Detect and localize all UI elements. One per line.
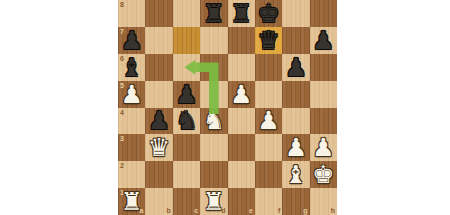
chess-board: 8♜♜♚7♟♛♟6♝♟5♟♟♟4♟♞♞♟3♛♟♟2♝♚1a♜bcd♜efgh [118, 0, 337, 215]
black-knight-piece[interactable]: ♞ [173, 108, 200, 135]
square-b1[interactable]: b [145, 188, 172, 215]
white-pawn-piece[interactable]: ♟ [310, 134, 337, 161]
square-c2[interactable] [173, 161, 200, 188]
square-b6[interactable] [145, 54, 172, 81]
white-queen-piece[interactable]: ♛ [145, 134, 172, 161]
square-e2[interactable] [228, 161, 255, 188]
square-a3[interactable]: 3 [118, 134, 145, 161]
square-h1[interactable]: h [310, 188, 337, 215]
rank-label-4: 4 [120, 109, 124, 116]
black-queen-piece[interactable]: ♛ [255, 27, 282, 54]
white-knight-piece[interactable]: ♞ [200, 108, 227, 135]
file-label-f: f [278, 207, 280, 214]
black-rook-piece[interactable]: ♜ [228, 0, 255, 27]
white-pawn-piece[interactable]: ♟ [118, 81, 145, 108]
square-e5[interactable]: ♟ [228, 81, 255, 108]
square-b3[interactable]: ♛ [145, 134, 172, 161]
square-h4[interactable] [310, 108, 337, 135]
square-d6[interactable] [200, 54, 227, 81]
square-a8[interactable]: 8 [118, 0, 145, 27]
square-d8[interactable]: ♜ [200, 0, 227, 27]
square-g3[interactable]: ♟ [282, 134, 309, 161]
white-pawn-piece[interactable]: ♟ [282, 134, 309, 161]
square-g5[interactable] [282, 81, 309, 108]
white-pawn-piece[interactable]: ♟ [255, 108, 282, 135]
square-a7[interactable]: 7♟ [118, 27, 145, 54]
square-a6[interactable]: 6♝ [118, 54, 145, 81]
square-g8[interactable] [282, 0, 309, 27]
square-g7[interactable] [282, 27, 309, 54]
square-b8[interactable] [145, 0, 172, 27]
square-f1[interactable]: f [255, 188, 282, 215]
square-c7[interactable] [173, 27, 200, 54]
square-e6[interactable] [228, 54, 255, 81]
square-c1[interactable]: c [173, 188, 200, 215]
square-b7[interactable] [145, 27, 172, 54]
file-label-b: b [166, 207, 170, 214]
square-a5[interactable]: 5♟ [118, 81, 145, 108]
square-e3[interactable] [228, 134, 255, 161]
square-b2[interactable] [145, 161, 172, 188]
square-f4[interactable]: ♟ [255, 108, 282, 135]
file-label-c: c [194, 207, 198, 214]
rank-label-3: 3 [120, 135, 124, 142]
square-h7[interactable]: ♟ [310, 27, 337, 54]
square-f6[interactable] [255, 54, 282, 81]
white-bishop-piece[interactable]: ♝ [282, 161, 309, 188]
square-h3[interactable]: ♟ [310, 134, 337, 161]
square-f2[interactable] [255, 161, 282, 188]
black-pawn-piece[interactable]: ♟ [145, 108, 172, 135]
square-h2[interactable]: ♚ [310, 161, 337, 188]
square-d5[interactable] [200, 81, 227, 108]
black-pawn-piece[interactable]: ♟ [310, 27, 337, 54]
square-d3[interactable] [200, 134, 227, 161]
file-label-e: e [249, 207, 253, 214]
white-king-piece[interactable]: ♚ [310, 161, 337, 188]
square-h8[interactable] [310, 0, 337, 27]
square-h5[interactable] [310, 81, 337, 108]
square-c3[interactable] [173, 134, 200, 161]
white-pawn-piece[interactable]: ♟ [228, 81, 255, 108]
square-d7[interactable] [200, 27, 227, 54]
square-f3[interactable] [255, 134, 282, 161]
square-f5[interactable] [255, 81, 282, 108]
file-label-g: g [303, 207, 307, 214]
black-pawn-piece[interactable]: ♟ [282, 54, 309, 81]
square-b5[interactable] [145, 81, 172, 108]
square-c8[interactable] [173, 0, 200, 27]
square-e7[interactable] [228, 27, 255, 54]
black-pawn-piece[interactable]: ♟ [118, 27, 145, 54]
square-d4[interactable]: ♞ [200, 108, 227, 135]
square-g2[interactable]: ♝ [282, 161, 309, 188]
square-c6[interactable] [173, 54, 200, 81]
square-f7[interactable]: ♛ [255, 27, 282, 54]
black-rook-piece[interactable]: ♜ [200, 0, 227, 27]
black-pawn-piece[interactable]: ♟ [173, 81, 200, 108]
square-a2[interactable]: 2 [118, 161, 145, 188]
file-label-h: h [331, 207, 335, 214]
black-bishop-piece[interactable]: ♝ [118, 54, 145, 81]
white-rook-piece[interactable]: ♜ [118, 188, 145, 215]
square-d1[interactable]: d♜ [200, 188, 227, 215]
white-rook-piece[interactable]: ♜ [200, 188, 227, 215]
square-f8[interactable]: ♚ [255, 0, 282, 27]
black-king-piece[interactable]: ♚ [255, 0, 282, 27]
square-d2[interactable] [200, 161, 227, 188]
square-c4[interactable]: ♞ [173, 108, 200, 135]
square-h6[interactable] [310, 54, 337, 81]
square-a4[interactable]: 4 [118, 108, 145, 135]
square-g4[interactable] [282, 108, 309, 135]
square-e4[interactable] [228, 108, 255, 135]
rank-label-8: 8 [120, 1, 124, 8]
square-g6[interactable]: ♟ [282, 54, 309, 81]
square-a1[interactable]: 1a♜ [118, 188, 145, 215]
rank-label-2: 2 [120, 162, 124, 169]
square-c5[interactable]: ♟ [173, 81, 200, 108]
square-e8[interactable]: ♜ [228, 0, 255, 27]
square-g1[interactable]: g [282, 188, 309, 215]
square-b4[interactable]: ♟ [145, 108, 172, 135]
square-e1[interactable]: e [228, 188, 255, 215]
